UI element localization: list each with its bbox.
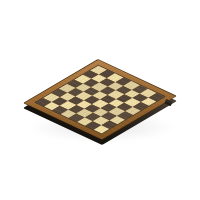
photo-background: [0, 0, 200, 200]
